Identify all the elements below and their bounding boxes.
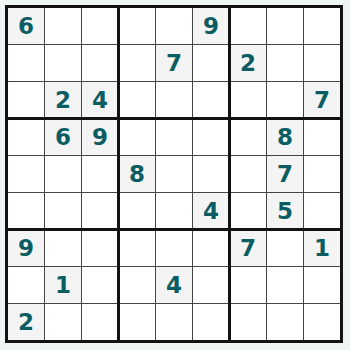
cell-r9c7[interactable] <box>230 304 266 340</box>
cell-r2c9[interactable] <box>304 45 340 81</box>
cell-r5c3[interactable] <box>82 156 118 192</box>
cell-r4c2[interactable]: 6 <box>45 119 81 155</box>
cell-r7c2[interactable] <box>45 230 81 266</box>
cell-r2c1[interactable] <box>8 45 44 81</box>
cell-r5c9[interactable] <box>304 156 340 192</box>
cell-r2c8[interactable] <box>267 45 303 81</box>
cell-r9c6[interactable] <box>193 304 229 340</box>
cell-r4c1[interactable] <box>8 119 44 155</box>
cell-r8c9[interactable] <box>304 267 340 303</box>
cell-r5c4[interactable]: 8 <box>119 156 155 192</box>
cell-r8c2[interactable]: 1 <box>45 267 81 303</box>
cell-r7c8[interactable] <box>267 230 303 266</box>
cell-r2c7[interactable]: 2 <box>230 45 266 81</box>
cell-r8c4[interactable] <box>119 267 155 303</box>
cell-r1c1[interactable]: 6 <box>8 8 44 44</box>
cell-r5c7[interactable] <box>230 156 266 192</box>
cell-r1c3[interactable] <box>82 8 118 44</box>
cell-r9c2[interactable] <box>45 304 81 340</box>
cell-r2c3[interactable] <box>82 45 118 81</box>
cell-r3c6[interactable] <box>193 82 229 118</box>
cell-r7c9[interactable]: 1 <box>304 230 340 266</box>
cell-r1c6[interactable]: 9 <box>193 8 229 44</box>
cell-r4c4[interactable] <box>119 119 155 155</box>
cell-r4c5[interactable] <box>156 119 192 155</box>
cell-r3c7[interactable] <box>230 82 266 118</box>
cell-r6c1[interactable] <box>8 193 44 229</box>
cell-r7c1[interactable]: 9 <box>8 230 44 266</box>
cell-r6c4[interactable] <box>119 193 155 229</box>
sudoku-board: 69722476988745971142 <box>5 5 343 343</box>
cell-r6c8[interactable]: 5 <box>267 193 303 229</box>
cell-r6c5[interactable] <box>156 193 192 229</box>
cell-r2c5[interactable]: 7 <box>156 45 192 81</box>
cell-r4c3[interactable]: 9 <box>82 119 118 155</box>
cell-r6c6[interactable]: 4 <box>193 193 229 229</box>
cell-r3c1[interactable] <box>8 82 44 118</box>
cell-r9c5[interactable] <box>156 304 192 340</box>
cell-r8c5[interactable]: 4 <box>156 267 192 303</box>
cell-r2c2[interactable] <box>45 45 81 81</box>
page-background: 69722476988745971142 <box>0 0 350 350</box>
cell-r1c8[interactable] <box>267 8 303 44</box>
cell-r4c9[interactable] <box>304 119 340 155</box>
cell-r3c8[interactable] <box>267 82 303 118</box>
cell-r9c8[interactable] <box>267 304 303 340</box>
cell-r9c4[interactable] <box>119 304 155 340</box>
cell-r6c9[interactable] <box>304 193 340 229</box>
cell-r7c3[interactable] <box>82 230 118 266</box>
cell-r9c3[interactable] <box>82 304 118 340</box>
cell-r1c2[interactable] <box>45 8 81 44</box>
cell-r5c1[interactable] <box>8 156 44 192</box>
cell-r3c2[interactable]: 2 <box>45 82 81 118</box>
cell-r8c7[interactable] <box>230 267 266 303</box>
cell-r2c4[interactable] <box>119 45 155 81</box>
cell-r2c6[interactable] <box>193 45 229 81</box>
cell-r8c8[interactable] <box>267 267 303 303</box>
cell-r5c6[interactable] <box>193 156 229 192</box>
cell-r1c5[interactable] <box>156 8 192 44</box>
cell-r3c4[interactable] <box>119 82 155 118</box>
cell-r1c7[interactable] <box>230 8 266 44</box>
cell-r4c6[interactable] <box>193 119 229 155</box>
cell-r8c1[interactable] <box>8 267 44 303</box>
sudoku-grid: 69722476988745971142 <box>8 8 340 340</box>
cell-r7c4[interactable] <box>119 230 155 266</box>
cell-r8c3[interactable] <box>82 267 118 303</box>
cell-r5c2[interactable] <box>45 156 81 192</box>
cell-r3c9[interactable]: 7 <box>304 82 340 118</box>
cell-r6c2[interactable] <box>45 193 81 229</box>
cell-r4c8[interactable]: 8 <box>267 119 303 155</box>
cell-r7c7[interactable]: 7 <box>230 230 266 266</box>
cell-r4c7[interactable] <box>230 119 266 155</box>
cell-r9c1[interactable]: 2 <box>8 304 44 340</box>
cell-r7c6[interactable] <box>193 230 229 266</box>
cell-r1c4[interactable] <box>119 8 155 44</box>
cell-r3c5[interactable] <box>156 82 192 118</box>
cell-r6c3[interactable] <box>82 193 118 229</box>
cell-r5c8[interactable]: 7 <box>267 156 303 192</box>
cell-r1c9[interactable] <box>304 8 340 44</box>
cell-r6c7[interactable] <box>230 193 266 229</box>
cell-r3c3[interactable]: 4 <box>82 82 118 118</box>
cell-r5c5[interactable] <box>156 156 192 192</box>
cell-r8c6[interactable] <box>193 267 229 303</box>
cell-r9c9[interactable] <box>304 304 340 340</box>
cell-r7c5[interactable] <box>156 230 192 266</box>
